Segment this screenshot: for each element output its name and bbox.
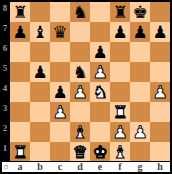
black-pawn-b5[interactable]: ♟	[30, 62, 50, 82]
black-pawn-a7[interactable]: ♟	[10, 22, 30, 42]
square-a4[interactable]	[10, 82, 30, 102]
square-b5[interactable]: ♟	[30, 62, 50, 82]
rank-label-4: 4	[0, 82, 10, 102]
white-pawn-f2[interactable]: ♟	[110, 122, 130, 142]
square-a2[interactable]	[10, 122, 30, 142]
square-d1[interactable]: ♛	[70, 142, 90, 162]
black-pawn-f7[interactable]: ♟	[110, 22, 130, 42]
square-a6[interactable]	[10, 42, 30, 62]
black-bishop-b7[interactable]: ♝	[30, 22, 50, 42]
square-g5[interactable]	[130, 62, 150, 82]
square-c2[interactable]	[50, 122, 70, 142]
black-queen-c7[interactable]: ♛	[50, 22, 70, 42]
square-b1[interactable]	[30, 142, 50, 162]
square-a7[interactable]: ♟	[10, 22, 30, 42]
square-e7[interactable]	[90, 22, 110, 42]
square-c3[interactable]: ♟	[50, 102, 70, 122]
square-d3[interactable]	[70, 102, 90, 122]
square-f6[interactable]	[110, 42, 130, 62]
square-g7[interactable]: ♟	[130, 22, 150, 42]
white-pawn-g2[interactable]: ♟	[130, 122, 150, 142]
square-c5[interactable]	[50, 62, 70, 82]
file-labels: ○ abcdefgh	[2, 161, 170, 172]
square-c8[interactable]	[50, 2, 70, 22]
rank-label-6: 6	[0, 42, 10, 62]
white-pawn-e5[interactable]: ♟	[90, 62, 110, 82]
file-label-d: d	[70, 162, 90, 172]
square-f7[interactable]: ♟	[110, 22, 130, 42]
square-g1[interactable]	[130, 142, 150, 162]
white-pawn-d4[interactable]: ♟	[70, 82, 90, 102]
square-g6[interactable]	[130, 42, 150, 62]
square-f3[interactable]: ♜	[110, 102, 130, 122]
square-b2[interactable]	[30, 122, 50, 142]
square-d8[interactable]: ♞	[70, 2, 90, 22]
square-g8[interactable]: ♚	[130, 2, 150, 22]
square-a1[interactable]: ♜	[10, 142, 30, 162]
square-b3[interactable]	[30, 102, 50, 122]
square-c6[interactable]	[50, 42, 70, 62]
rank-label-5: 5	[0, 62, 10, 82]
black-king-g8[interactable]: ♚	[130, 2, 150, 22]
black-rook-a8[interactable]: ♜	[10, 2, 30, 22]
square-h1[interactable]	[150, 142, 170, 162]
black-rook-f8[interactable]: ♜	[110, 2, 130, 22]
square-a5[interactable]	[10, 62, 30, 82]
white-king-e1[interactable]: ♚	[90, 142, 110, 162]
file-label-c: c	[50, 162, 70, 172]
square-g2[interactable]: ♟	[130, 122, 150, 142]
square-d6[interactable]	[70, 42, 90, 62]
white-rook-f3[interactable]: ♜	[110, 102, 130, 122]
square-h4[interactable]: ♟	[150, 82, 170, 102]
square-d4[interactable]: ♟	[70, 82, 90, 102]
square-e4[interactable]: ♞	[90, 82, 110, 102]
square-h3[interactable]	[150, 102, 170, 122]
square-e3[interactable]	[90, 102, 110, 122]
square-d5[interactable]: ♞	[70, 62, 90, 82]
square-c1[interactable]	[50, 142, 70, 162]
square-e2[interactable]	[90, 122, 110, 142]
square-h5[interactable]	[150, 62, 170, 82]
white-rook-a1[interactable]: ♜	[10, 142, 30, 162]
white-bishop-f1[interactable]: ♝	[110, 142, 130, 162]
white-bishop-d2[interactable]: ♝	[70, 122, 90, 142]
square-e5[interactable]: ♟	[90, 62, 110, 82]
file-label-h: h	[150, 162, 170, 172]
square-f4[interactable]	[110, 82, 130, 102]
square-b7[interactable]: ♝	[30, 22, 50, 42]
square-d7[interactable]	[70, 22, 90, 42]
black-pawn-e6[interactable]: ♟	[90, 42, 110, 62]
square-f8[interactable]: ♜	[110, 2, 130, 22]
square-e6[interactable]: ♟	[90, 42, 110, 62]
rank-label-1: 1	[0, 142, 10, 162]
square-h2[interactable]	[150, 122, 170, 142]
chess-diagram: 87654321 ♜♞♜♚♟♝♛♟♟♟♟♟♞♟♟♟♞♟♟♜♝♟♟♜♛♚♝ ○ a…	[0, 0, 172, 174]
rank-label-7: 7	[0, 22, 10, 42]
square-b6[interactable]	[30, 42, 50, 62]
square-b8[interactable]	[30, 2, 50, 22]
square-f5[interactable]	[110, 62, 130, 82]
square-h7[interactable]: ♟	[150, 22, 170, 42]
rank-labels: 87654321	[0, 2, 10, 162]
square-f2[interactable]: ♟	[110, 122, 130, 142]
square-e8[interactable]	[90, 2, 110, 22]
square-g4[interactable]	[130, 82, 150, 102]
file-label-f: f	[110, 162, 130, 172]
white-pawn-c3[interactable]: ♟	[50, 102, 70, 122]
black-pawn-h7[interactable]: ♟	[150, 22, 170, 42]
white-pawn-h4[interactable]: ♟	[150, 82, 170, 102]
file-label-e: e	[90, 162, 110, 172]
square-c4[interactable]: ♟	[50, 82, 70, 102]
file-label-b: b	[30, 162, 50, 172]
white-knight-e4[interactable]: ♞	[90, 82, 110, 102]
rank-label-8: 8	[0, 2, 10, 22]
square-a8[interactable]: ♜	[10, 2, 30, 22]
file-label-g: g	[130, 162, 150, 172]
square-b4[interactable]	[30, 82, 50, 102]
square-a3[interactable]	[10, 102, 30, 122]
white-to-move-indicator: ○	[2, 162, 10, 172]
rank-label-2: 2	[0, 122, 10, 142]
square-c7[interactable]: ♛	[50, 22, 70, 42]
rank-label-3: 3	[0, 102, 10, 122]
square-h8[interactable]	[150, 2, 170, 22]
square-f1[interactable]: ♝	[110, 142, 130, 162]
file-label-a: a	[10, 162, 30, 172]
square-e1[interactable]: ♚	[90, 142, 110, 162]
black-pawn-c4[interactable]: ♟	[50, 82, 70, 102]
black-knight-d8[interactable]: ♞	[70, 2, 90, 22]
square-d2[interactable]: ♝	[70, 122, 90, 142]
chess-board[interactable]: ♜♞♜♚♟♝♛♟♟♟♟♟♞♟♟♟♞♟♟♜♝♟♟♜♛♚♝	[10, 2, 170, 162]
square-h6[interactable]	[150, 42, 170, 62]
white-queen-d1[interactable]: ♛	[70, 142, 90, 162]
black-pawn-g7[interactable]: ♟	[130, 22, 150, 42]
black-knight-d5[interactable]: ♞	[70, 62, 90, 82]
square-g3[interactable]	[130, 102, 150, 122]
